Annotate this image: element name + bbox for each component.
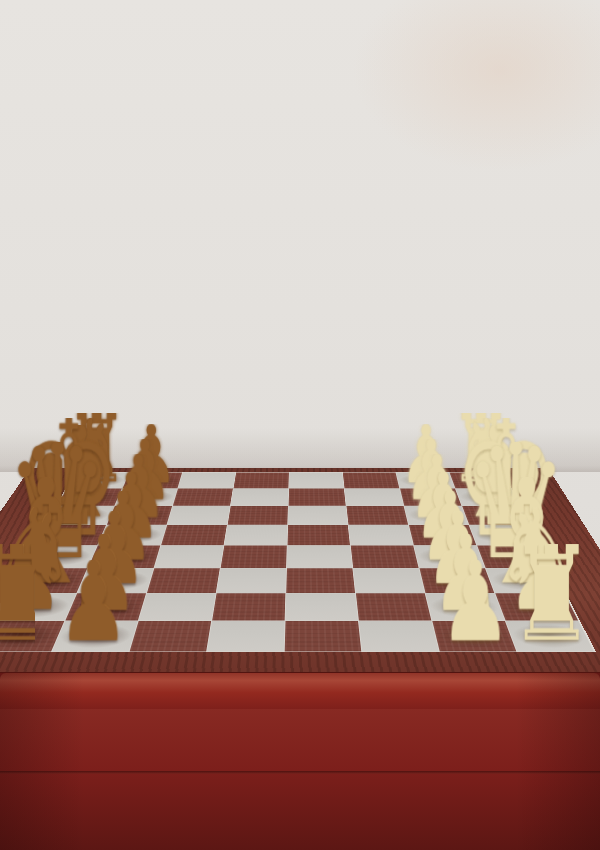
light-pawn: ♟ (325, 560, 600, 644)
square-r7c6: ♟ (432, 621, 516, 651)
box-front (0, 672, 600, 850)
pawn-glyph: ♟ (440, 560, 512, 644)
chess-set-photo-scene: ♜♟♟♜♞♟♟♞♝♟♟♝♚♟♟♚♛♟♟♛♝♟♟♝♞♟♟♞♜♟♟♜ (0, 0, 600, 850)
chessboard: ♜♟♟♜♞♟♟♞♝♟♟♝♚♟♟♚♛♟♟♛♝♟♟♝♞♟♟♞♜♟♟♜ (0, 468, 600, 677)
box-vignette (0, 673, 600, 850)
pawn-glyph: ♟ (57, 560, 129, 644)
dark-pawn: ♟ (0, 560, 244, 644)
square-r7c1: ♟ (52, 621, 138, 651)
board-squares-grid: ♜♟♟♜♞♟♟♞♝♟♟♝♚♟♟♚♛♟♟♛♝♟♟♝♞♟♟♞♜♟♟♜ (0, 472, 596, 652)
